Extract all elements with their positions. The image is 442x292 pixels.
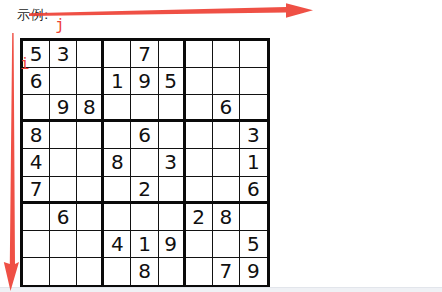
sudoku-cell-r5c8 (213, 149, 240, 176)
sudoku-cell-r8c7 (186, 231, 213, 258)
sudoku-cell-r1c6 (159, 41, 186, 68)
sudoku-cell-r9c5: 8 (131, 258, 158, 285)
sudoku-cell-r7c5 (131, 204, 158, 231)
sudoku-cell-r8c9: 5 (240, 231, 267, 258)
window-bottom-strip (0, 287, 442, 292)
sudoku-cell-r3c7 (186, 95, 213, 122)
sudoku-cell-r3c6 (159, 95, 186, 122)
sudoku-cell-r7c8: 8 (213, 204, 240, 231)
sudoku-cell-r1c2: 3 (50, 41, 77, 68)
sudoku-cell-r8c4: 4 (104, 231, 131, 258)
sudoku-cell-r7c3 (77, 204, 104, 231)
sudoku-cell-r7c9 (240, 204, 267, 231)
sudoku-cell-r1c3 (77, 41, 104, 68)
sudoku-cell-r5c6: 3 (159, 149, 186, 176)
sudoku-cell-r4c4 (104, 122, 131, 149)
sudoku-cell-r9c2 (50, 258, 77, 285)
sudoku-cell-r5c9: 1 (240, 149, 267, 176)
sudoku-cell-r4c9: 3 (240, 122, 267, 149)
sudoku-cell-r3c9 (240, 95, 267, 122)
sudoku-cell-r3c5 (131, 95, 158, 122)
sudoku-cell-r4c5: 6 (131, 122, 158, 149)
sudoku-cell-r7c4 (104, 204, 131, 231)
sudoku-cell-r2c2 (50, 68, 77, 95)
sudoku-cell-r2c7 (186, 68, 213, 95)
sudoku-cell-r6c2 (50, 177, 77, 204)
sudoku-cell-r3c4 (104, 95, 131, 122)
sudoku-cell-r4c6 (159, 122, 186, 149)
sudoku-cell-r6c7 (186, 177, 213, 204)
sudoku-cell-r8c8 (213, 231, 240, 258)
screenshot-stage: 示例: 537619598686348317266284195879 j i (0, 0, 442, 292)
sudoku-cell-r8c2 (50, 231, 77, 258)
sudoku-cell-r4c2 (50, 122, 77, 149)
sudoku-cell-r3c8: 6 (213, 95, 240, 122)
sudoku-cell-r5c3 (77, 149, 104, 176)
sudoku-cell-r7c6 (159, 204, 186, 231)
sudoku-cell-r8c5: 1 (131, 231, 158, 258)
sudoku-cell-r9c6 (159, 258, 186, 285)
sudoku-cell-r6c4 (104, 177, 131, 204)
sudoku-cell-r1c4 (104, 41, 131, 68)
sudoku-cell-r5c1: 4 (23, 149, 50, 176)
sudoku-cell-r6c6 (159, 177, 186, 204)
sudoku-cell-r5c2 (50, 149, 77, 176)
sudoku-cell-r2c4: 1 (104, 68, 131, 95)
sudoku-cell-r9c8: 7 (213, 258, 240, 285)
sudoku-cell-r4c3 (77, 122, 104, 149)
sudoku-cell-r7c1 (23, 204, 50, 231)
row-index-label: i (20, 56, 30, 72)
sudoku-cell-r2c8 (213, 68, 240, 95)
sudoku-cell-r5c4: 8 (104, 149, 131, 176)
column-direction-arrow-icon (29, 3, 313, 18)
sudoku-cell-r8c3 (77, 231, 104, 258)
sudoku-cell-r4c1: 8 (23, 122, 50, 149)
example-label: 示例: (17, 7, 49, 22)
sudoku-cell-r3c3: 8 (77, 95, 104, 122)
sudoku-cell-r1c5: 7 (131, 41, 158, 68)
sudoku-cell-r1c9 (240, 41, 267, 68)
row-direction-arrow-icon (4, 33, 19, 291)
sudoku-cell-r6c8 (213, 177, 240, 204)
sudoku-cell-r4c8 (213, 122, 240, 149)
sudoku-cell-r5c5 (131, 149, 158, 176)
sudoku-cell-r2c3 (77, 68, 104, 95)
sudoku-cell-r1c8 (213, 41, 240, 68)
sudoku-cell-r7c2: 6 (50, 204, 77, 231)
sudoku-cell-r5c7 (186, 149, 213, 176)
sudoku-cell-r2c5: 9 (131, 68, 158, 95)
sudoku-cell-r7c7: 2 (186, 204, 213, 231)
sudoku-cell-r6c1: 7 (23, 177, 50, 204)
sudoku-cell-r6c3 (77, 177, 104, 204)
sudoku-cell-r8c6: 9 (159, 231, 186, 258)
sudoku-cell-r3c1 (23, 95, 50, 122)
sudoku-cell-r3c2: 9 (50, 95, 77, 122)
sudoku-cell-r2c9 (240, 68, 267, 95)
sudoku-board: 537619598686348317266284195879 (20, 38, 270, 288)
sudoku-cell-r1c7 (186, 41, 213, 68)
sudoku-cell-r6c9: 6 (240, 177, 267, 204)
column-index-label: j (55, 17, 65, 33)
sudoku-cell-r9c7 (186, 258, 213, 285)
sudoku-cell-r2c6: 5 (159, 68, 186, 95)
sudoku-cell-r4c7 (186, 122, 213, 149)
sudoku-cell-r9c3 (77, 258, 104, 285)
sudoku-cell-r9c4 (104, 258, 131, 285)
sudoku-cell-r6c5: 2 (131, 177, 158, 204)
sudoku-cell-r9c1 (23, 258, 50, 285)
sudoku-cell-r8c1 (23, 231, 50, 258)
sudoku-cell-r9c9: 9 (240, 258, 267, 285)
